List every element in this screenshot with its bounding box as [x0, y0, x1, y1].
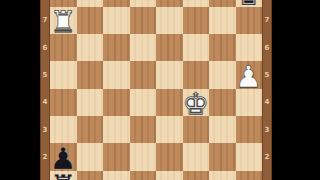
square-b1[interactable]: [77, 171, 104, 180]
square-e7[interactable]: [156, 7, 183, 34]
rank-label-left-1: 1: [40, 171, 50, 180]
square-d7[interactable]: [130, 7, 157, 34]
rank-label-left-7: 7: [40, 7, 50, 34]
square-d1[interactable]: [130, 171, 157, 180]
square-c3[interactable]: [103, 116, 130, 143]
square-a7[interactable]: ♜: [50, 7, 77, 34]
rank-label-right-1: 1: [262, 171, 272, 180]
rank-label-left-5: 5: [40, 61, 50, 88]
square-c6[interactable]: [103, 34, 130, 61]
square-c2[interactable]: [103, 143, 130, 170]
square-h1[interactable]: [236, 171, 263, 180]
square-g1[interactable]: [209, 171, 236, 180]
square-g4[interactable]: [209, 89, 236, 116]
square-g7[interactable]: [209, 7, 236, 34]
square-a5[interactable]: [50, 61, 77, 88]
rank-label-right-7: 7: [262, 7, 272, 34]
square-f5[interactable]: [183, 61, 210, 88]
square-h2[interactable]: [236, 143, 263, 170]
square-d2[interactable]: [130, 143, 157, 170]
square-e3[interactable]: [156, 116, 183, 143]
square-e6[interactable]: [156, 34, 183, 61]
square-g8[interactable]: [209, 0, 236, 7]
square-d4[interactable]: [130, 89, 157, 116]
square-h6[interactable]: [236, 34, 263, 61]
square-g3[interactable]: [209, 116, 236, 143]
square-f2[interactable]: [183, 143, 210, 170]
square-d6[interactable]: [130, 34, 157, 61]
black-king[interactable]: ♚: [236, 0, 263, 9]
square-e2[interactable]: [156, 143, 183, 170]
square-d5[interactable]: [130, 61, 157, 88]
rank-label-right-8: 8: [262, 0, 272, 7]
square-h5[interactable]: ♟: [236, 61, 263, 88]
square-b7[interactable]: [77, 7, 104, 34]
white-rook[interactable]: ♜: [50, 9, 77, 36]
square-f4[interactable]: ♚: [183, 89, 210, 116]
white-king[interactable]: ♚: [183, 91, 210, 118]
rank-label-left-2: 2: [40, 143, 50, 170]
rank-label-right-6: 6: [262, 34, 272, 61]
square-c4[interactable]: [103, 89, 130, 116]
square-b6[interactable]: [77, 34, 104, 61]
square-f1[interactable]: [183, 171, 210, 180]
square-a1[interactable]: ♜: [50, 171, 77, 180]
square-e8[interactable]: [156, 0, 183, 7]
black-rook[interactable]: ♜: [50, 173, 77, 180]
chess-board-frame: ♚♜♟♚♟♜ 8877665544332211: [40, 0, 272, 180]
square-g5[interactable]: [209, 61, 236, 88]
rank-label-left-6: 6: [40, 34, 50, 61]
square-h3[interactable]: [236, 116, 263, 143]
rank-label-left-8: 8: [40, 0, 50, 7]
rank-label-right-5: 5: [262, 61, 272, 88]
square-b5[interactable]: [77, 61, 104, 88]
square-f6[interactable]: [183, 34, 210, 61]
chess-board: ♚♜♟♚♟♜: [50, 0, 262, 180]
square-d8[interactable]: [130, 0, 157, 7]
square-d3[interactable]: [130, 116, 157, 143]
square-e1[interactable]: [156, 171, 183, 180]
square-c8[interactable]: [103, 0, 130, 7]
square-g2[interactable]: [209, 143, 236, 170]
square-a2[interactable]: ♟: [50, 143, 77, 170]
square-c5[interactable]: [103, 61, 130, 88]
rank-label-right-2: 2: [262, 143, 272, 170]
square-c7[interactable]: [103, 7, 130, 34]
rank-label-right-3: 3: [262, 116, 272, 143]
rank-label-right-4: 4: [262, 89, 272, 116]
square-f7[interactable]: [183, 7, 210, 34]
square-b4[interactable]: [77, 89, 104, 116]
square-c1[interactable]: [103, 171, 130, 180]
square-a3[interactable]: [50, 116, 77, 143]
square-b8[interactable]: [77, 0, 104, 7]
square-b2[interactable]: [77, 143, 104, 170]
square-e5[interactable]: [156, 61, 183, 88]
square-h8[interactable]: ♚: [236, 0, 263, 7]
square-e4[interactable]: [156, 89, 183, 116]
rank-label-left-3: 3: [40, 116, 50, 143]
square-a4[interactable]: [50, 89, 77, 116]
square-f8[interactable]: [183, 0, 210, 7]
square-b3[interactable]: [77, 116, 104, 143]
square-g6[interactable]: [209, 34, 236, 61]
letterboxed-stage: ♚♜♟♚♟♜ 8877665544332211: [0, 0, 320, 180]
rank-label-left-4: 4: [40, 89, 50, 116]
white-pawn[interactable]: ♟: [236, 63, 263, 90]
